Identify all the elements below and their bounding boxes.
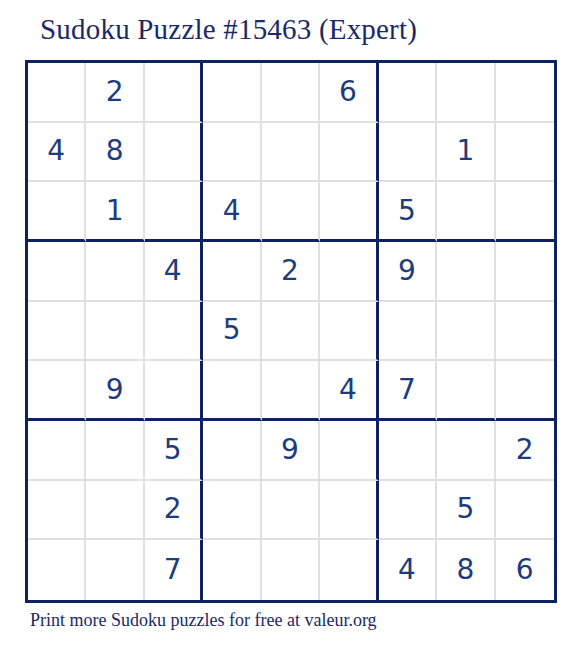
cell-r2c6 [320, 123, 378, 183]
cell-r5c1 [28, 302, 86, 362]
cell-r5c4: 5 [203, 302, 261, 362]
cell-r2c2: 8 [86, 123, 144, 183]
cell-r4c8 [437, 242, 495, 302]
cell-r7c1 [28, 421, 86, 481]
cell-r1c8 [437, 63, 495, 123]
cell-r6c2: 9 [86, 361, 144, 421]
cell-r9c5 [262, 540, 320, 600]
cell-r8c5 [262, 481, 320, 541]
cell-r6c6: 4 [320, 361, 378, 421]
cell-r8c9 [496, 481, 554, 541]
cell-r3c7: 5 [379, 182, 437, 242]
cell-r9c9: 6 [496, 540, 554, 600]
cell-r7c6 [320, 421, 378, 481]
cell-r9c6 [320, 540, 378, 600]
cell-r4c5: 2 [262, 242, 320, 302]
cell-r7c3: 5 [145, 421, 203, 481]
cell-r5c3 [145, 302, 203, 362]
page: Sudoku Puzzle #15463 (Expert) 2648114542… [0, 0, 580, 651]
cell-r2c8: 1 [437, 123, 495, 183]
cell-r5c6 [320, 302, 378, 362]
footer-text: Print more Sudoku puzzles for free at va… [30, 610, 377, 631]
cell-r6c5 [262, 361, 320, 421]
cell-r4c4 [203, 242, 261, 302]
cell-r4c1 [28, 242, 86, 302]
cell-r8c2 [86, 481, 144, 541]
puzzle-title: Sudoku Puzzle #15463 (Expert) [40, 13, 417, 46]
cell-r1c3 [145, 63, 203, 123]
cell-r1c2: 2 [86, 63, 144, 123]
cell-r6c1 [28, 361, 86, 421]
cell-r6c4 [203, 361, 261, 421]
cell-r1c4 [203, 63, 261, 123]
cell-r1c5 [262, 63, 320, 123]
cell-r7c7 [379, 421, 437, 481]
cell-r3c4: 4 [203, 182, 261, 242]
cell-r2c5 [262, 123, 320, 183]
cell-r5c9 [496, 302, 554, 362]
cell-r3c5 [262, 182, 320, 242]
cell-r5c7 [379, 302, 437, 362]
cell-r8c7 [379, 481, 437, 541]
cell-r2c9 [496, 123, 554, 183]
cell-r8c3: 2 [145, 481, 203, 541]
cell-r2c4 [203, 123, 261, 183]
cell-r2c1: 4 [28, 123, 86, 183]
cell-r9c8: 8 [437, 540, 495, 600]
cell-r1c9 [496, 63, 554, 123]
cell-r8c8: 5 [437, 481, 495, 541]
cell-r1c7 [379, 63, 437, 123]
cell-r3c6 [320, 182, 378, 242]
cell-r6c3 [145, 361, 203, 421]
cell-r9c3: 7 [145, 540, 203, 600]
cell-r9c2 [86, 540, 144, 600]
cell-r4c7: 9 [379, 242, 437, 302]
cell-r5c5 [262, 302, 320, 362]
cell-r3c2: 1 [86, 182, 144, 242]
cell-r9c4 [203, 540, 261, 600]
cell-r5c8 [437, 302, 495, 362]
cell-r6c8 [437, 361, 495, 421]
cell-r1c1 [28, 63, 86, 123]
cell-r8c4 [203, 481, 261, 541]
cell-r6c7: 7 [379, 361, 437, 421]
cell-r4c6 [320, 242, 378, 302]
cell-r6c9 [496, 361, 554, 421]
cell-r8c6 [320, 481, 378, 541]
cell-r3c3 [145, 182, 203, 242]
cell-r3c8 [437, 182, 495, 242]
cell-r1c6: 6 [320, 63, 378, 123]
cell-r4c3: 4 [145, 242, 203, 302]
cell-r8c1 [28, 481, 86, 541]
cell-r3c1 [28, 182, 86, 242]
cell-r7c4 [203, 421, 261, 481]
cell-r4c2 [86, 242, 144, 302]
cell-r4c9 [496, 242, 554, 302]
cell-r7c9: 2 [496, 421, 554, 481]
cell-r9c1 [28, 540, 86, 600]
cell-r5c2 [86, 302, 144, 362]
cell-r7c2 [86, 421, 144, 481]
cell-r7c8 [437, 421, 495, 481]
cell-r3c9 [496, 182, 554, 242]
cell-r9c7: 4 [379, 540, 437, 600]
sudoku-board: 264811454295947592257486 [25, 60, 557, 603]
cell-r7c5: 9 [262, 421, 320, 481]
cell-r2c7 [379, 123, 437, 183]
cell-r2c3 [145, 123, 203, 183]
